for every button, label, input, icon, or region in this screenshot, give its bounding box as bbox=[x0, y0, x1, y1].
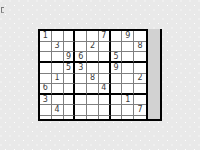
sudoku-cell-r2c4[interactable] bbox=[75, 42, 87, 53]
sudoku-cell-r7c6[interactable] bbox=[99, 95, 111, 106]
sudoku-cell-r1c2[interactable] bbox=[52, 31, 64, 42]
sudoku-cell-r6c4[interactable] bbox=[75, 84, 87, 95]
sudoku-cell-r9c2[interactable] bbox=[52, 116, 64, 119]
sudoku-cell-r4c4[interactable]: 3 bbox=[75, 63, 87, 74]
desktop-background: 179328965539182643147 bbox=[0, 0, 200, 150]
sudoku-cell-r9c6[interactable] bbox=[99, 116, 111, 119]
sudoku-cell-r7c4[interactable] bbox=[75, 95, 87, 106]
sudoku-cell-r4c9[interactable] bbox=[134, 63, 146, 74]
sudoku-cell-r3c9[interactable] bbox=[134, 52, 146, 63]
sudoku-cell-r8c7[interactable] bbox=[111, 105, 123, 116]
sudoku-cell-r6c7[interactable] bbox=[111, 84, 123, 95]
sudoku-cell-r1c7[interactable] bbox=[111, 31, 123, 42]
sudoku-cell-r8c2[interactable]: 4 bbox=[52, 105, 64, 116]
sudoku-cell-r1c9[interactable] bbox=[134, 31, 146, 42]
sudoku-cell-r6c2[interactable] bbox=[52, 84, 64, 95]
sudoku-cell-r7c8[interactable]: 1 bbox=[122, 95, 134, 106]
sudoku-cell-r3c5[interactable] bbox=[87, 52, 99, 63]
sudoku-cell-r5c6[interactable] bbox=[99, 74, 111, 85]
sudoku-cell-r6c1[interactable]: 6 bbox=[40, 84, 52, 95]
sudoku-board: 179328965539182643147 bbox=[38, 29, 148, 121]
sudoku-cell-r3c3[interactable]: 9 bbox=[64, 52, 76, 63]
sudoku-cell-r9c7[interactable] bbox=[111, 116, 123, 119]
sudoku-cell-r8c8[interactable] bbox=[122, 105, 134, 116]
sudoku-cell-r2c3[interactable] bbox=[64, 42, 76, 53]
sudoku-cell-r1c8[interactable]: 9 bbox=[122, 31, 134, 42]
sudoku-cell-r1c5[interactable] bbox=[87, 31, 99, 42]
sudoku-cell-r5c2[interactable]: 1 bbox=[52, 74, 64, 85]
sudoku-cell-r8c3[interactable] bbox=[64, 105, 76, 116]
sudoku-cell-r5c1[interactable] bbox=[40, 74, 52, 85]
sudoku-cell-r6c8[interactable] bbox=[122, 84, 134, 95]
sudoku-cell-r3c1[interactable] bbox=[40, 52, 52, 63]
sudoku-cell-r6c3[interactable] bbox=[64, 84, 76, 95]
sudoku-cell-r9c3[interactable] bbox=[64, 116, 76, 119]
side-panel bbox=[148, 29, 162, 121]
sudoku-cell-r1c4[interactable] bbox=[75, 31, 87, 42]
sudoku-cell-r8c9[interactable]: 7 bbox=[134, 105, 146, 116]
sudoku-cell-r3c4[interactable]: 6 bbox=[75, 52, 87, 63]
sudoku-cell-r8c5[interactable] bbox=[87, 105, 99, 116]
sudoku-cell-r1c3[interactable] bbox=[64, 31, 76, 42]
sudoku-cell-r7c3[interactable] bbox=[64, 95, 76, 106]
sudoku-cell-r3c8[interactable] bbox=[122, 52, 134, 63]
sudoku-cell-r3c7[interactable]: 5 bbox=[111, 52, 123, 63]
sudoku-cell-r6c9[interactable] bbox=[134, 84, 146, 95]
sudoku-cell-r8c1[interactable] bbox=[40, 105, 52, 116]
screen-edge-artifact bbox=[1, 7, 4, 13]
sudoku-cell-r9c4[interactable] bbox=[75, 116, 87, 119]
sudoku-cell-r3c2[interactable] bbox=[52, 52, 64, 63]
sudoku-cell-r5c9[interactable]: 2 bbox=[134, 74, 146, 85]
sudoku-cell-r5c4[interactable] bbox=[75, 74, 87, 85]
sudoku-cell-r2c6[interactable] bbox=[99, 42, 111, 53]
sudoku-cell-r9c9[interactable] bbox=[134, 116, 146, 119]
sudoku-cell-r2c7[interactable] bbox=[111, 42, 123, 53]
sudoku-cell-r5c3[interactable] bbox=[64, 74, 76, 85]
sudoku-cell-r1c1[interactable]: 1 bbox=[40, 31, 52, 42]
sudoku-cell-r7c9[interactable] bbox=[134, 95, 146, 106]
sudoku-cell-r8c6[interactable] bbox=[99, 105, 111, 116]
sudoku-cell-r4c1[interactable] bbox=[40, 63, 52, 74]
sudoku-cell-r4c8[interactable] bbox=[122, 63, 134, 74]
sudoku-cell-r2c8[interactable] bbox=[122, 42, 134, 53]
sudoku-cell-r7c5[interactable] bbox=[87, 95, 99, 106]
sudoku-cell-r9c8[interactable] bbox=[122, 116, 134, 119]
sudoku-cell-r4c5[interactable] bbox=[87, 63, 99, 74]
sudoku-cell-r6c5[interactable] bbox=[87, 84, 99, 95]
sudoku-cell-r4c6[interactable] bbox=[99, 63, 111, 74]
sudoku-cell-r6c6[interactable]: 4 bbox=[99, 84, 111, 95]
sudoku-cell-r5c5[interactable]: 8 bbox=[87, 74, 99, 85]
sudoku-cell-r3c6[interactable] bbox=[99, 52, 111, 63]
sudoku-cell-r5c8[interactable] bbox=[122, 74, 134, 85]
sudoku-cell-r2c1[interactable] bbox=[40, 42, 52, 53]
sudoku-cell-r8c4[interactable] bbox=[75, 105, 87, 116]
sudoku-cell-r4c3[interactable]: 5 bbox=[64, 63, 76, 74]
sudoku-cell-r7c7[interactable] bbox=[111, 95, 123, 106]
sudoku-cell-r7c1[interactable]: 3 bbox=[40, 95, 52, 106]
sudoku-cell-r4c2[interactable] bbox=[52, 63, 64, 74]
sudoku-cell-r2c2[interactable]: 3 bbox=[52, 42, 64, 53]
sudoku-cell-r5c7[interactable] bbox=[111, 74, 123, 85]
sudoku-cell-r9c5[interactable] bbox=[87, 116, 99, 119]
sudoku-cell-r9c1[interactable] bbox=[40, 116, 52, 119]
sudoku-cell-r2c9[interactable]: 8 bbox=[134, 42, 146, 53]
sudoku-cell-r1c6[interactable]: 7 bbox=[99, 31, 111, 42]
sudoku-cell-r4c7[interactable]: 9 bbox=[111, 63, 123, 74]
sudoku-cell-r2c5[interactable]: 2 bbox=[87, 42, 99, 53]
sudoku-cell-r7c2[interactable] bbox=[52, 95, 64, 106]
